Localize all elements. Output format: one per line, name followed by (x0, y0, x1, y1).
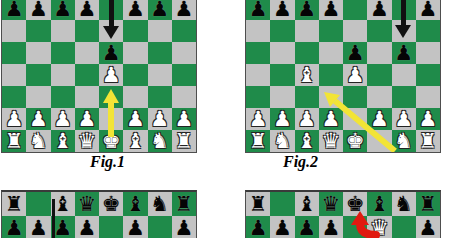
black-pawn-h7: ♟ (174, 0, 193, 20)
square-h7: ♟ (172, 216, 196, 238)
square-b2: ♟ (26, 108, 50, 130)
chess-lesson-image: ♟♟♟♟♟♟♟♟♟♟♟♟♟♟♟♟♜♞♝♛♚♝♞♜ Fig.1 ♟♟♟♟♟♟♟♟♝… (0, 0, 453, 238)
square-f7: ♟ (123, 216, 147, 238)
square-g1: ♞ (148, 130, 172, 152)
square-f2: ♟ (123, 108, 147, 130)
square-c4 (51, 64, 75, 86)
black-pawn-f7: ♟ (126, 218, 145, 239)
square-a4 (2, 64, 26, 86)
square-d7: ♟ (75, 0, 99, 20)
square-a8: ♜ (2, 192, 26, 216)
black-pawn-d7: ♟ (77, 218, 96, 239)
square-d1: ♛ (75, 130, 99, 152)
white-knight-g1: ♞ (150, 131, 169, 152)
black-king-e8: ♚ (102, 194, 121, 215)
white-pawn-f2: ♟ (126, 109, 145, 130)
square-g7 (148, 216, 172, 238)
square-a6 (2, 20, 26, 42)
board-grid-fig1: ♟♟♟♟♟♟♟♟♟♟♟♟♟♟♟♟♜♞♝♛♚♝♞♜ (2, 0, 196, 152)
black-pawn-f7: ♟ (126, 0, 145, 20)
square-e8: ♚ (99, 192, 123, 216)
black-bishop-f8: ♝ (126, 194, 145, 215)
square-f6 (123, 20, 147, 42)
square-d7: ♟ (75, 216, 99, 238)
square-h5 (172, 42, 196, 64)
red-arrow-f7-e8 (246, 192, 440, 238)
square-g7: ♟ (148, 0, 172, 20)
square-f1: ♝ (123, 130, 147, 152)
black-queen-d8: ♛ (77, 194, 96, 215)
square-d3 (75, 86, 99, 108)
square-e4: ♟ (99, 64, 123, 86)
square-a1: ♜ (2, 130, 26, 152)
square-b7: ♟ (26, 0, 50, 20)
white-bishop-f1: ♝ (126, 131, 145, 152)
board-fig2: ♟♟♟♟♟♟♟♟♝♟♟♟♟♟♟♟♟♜♞♝♛♚♞♜ (245, 0, 441, 153)
black-pawn-e5: ♟ (102, 43, 121, 64)
square-a5 (2, 42, 26, 64)
square-b4 (26, 64, 50, 86)
square-a7: ♟ (2, 216, 26, 238)
square-a7: ♟ (2, 0, 26, 20)
square-h6 (172, 20, 196, 42)
yellow-arrow-f1-c4 (246, 0, 440, 152)
white-pawn-c2: ♟ (53, 109, 72, 130)
square-g2: ♟ (148, 108, 172, 130)
square-c5 (51, 42, 75, 64)
square-d2: ♟ (75, 108, 99, 130)
black-line-b8 (52, 199, 55, 238)
white-pawn-e4: ♟ (102, 65, 121, 86)
square-f4 (123, 64, 147, 86)
square-d8: ♛ (75, 192, 99, 216)
square-d5 (75, 42, 99, 64)
square-h3 (172, 86, 196, 108)
white-pawn-g2: ♟ (150, 109, 169, 130)
square-b1: ♞ (26, 130, 50, 152)
square-b3 (26, 86, 50, 108)
black-pawn-c7: ♟ (53, 0, 72, 20)
board-fig1: ♟♟♟♟♟♟♟♟♟♟♟♟♟♟♟♟♜♞♝♛♚♝♞♜ (1, 0, 197, 153)
white-pawn-h2: ♟ (174, 109, 193, 130)
square-c1: ♝ (51, 130, 75, 152)
square-g4 (148, 64, 172, 86)
square-f8: ♝ (123, 192, 147, 216)
square-a3 (2, 86, 26, 108)
square-h2: ♟ (172, 108, 196, 130)
square-c3 (51, 86, 75, 108)
black-pawn-a7: ♟ (5, 0, 24, 20)
black-bishop-c8: ♝ (53, 194, 72, 215)
square-b6 (26, 20, 50, 42)
square-g5 (148, 42, 172, 64)
black-pawn-b7: ♟ (29, 0, 48, 20)
square-f3 (123, 86, 147, 108)
square-b7: ♟ (26, 216, 50, 238)
square-c6 (51, 20, 75, 42)
square-h8: ♜ (172, 192, 196, 216)
black-pawn-a7: ♟ (5, 218, 24, 239)
black-knight-g8: ♞ (150, 194, 169, 215)
white-knight-b1: ♞ (29, 131, 48, 152)
square-a2: ♟ (2, 108, 26, 130)
square-e5: ♟ (99, 42, 123, 64)
square-b8 (26, 192, 50, 216)
white-bishop-c1: ♝ (53, 131, 72, 152)
black-pawn-g7: ♟ (150, 0, 169, 20)
black-rook-h8: ♜ (174, 194, 193, 215)
white-pawn-a2: ♟ (5, 109, 24, 130)
white-pawn-b2: ♟ (29, 109, 48, 130)
fig1-caption: Fig.1 (90, 153, 125, 171)
square-g8: ♞ (148, 192, 172, 216)
square-b5 (26, 42, 50, 64)
square-e7 (99, 216, 123, 238)
square-h7: ♟ (172, 0, 196, 20)
fig2-caption: Fig.2 (283, 153, 318, 171)
square-g3 (148, 86, 172, 108)
black-pawn-c7: ♟ (53, 218, 72, 239)
square-h1: ♜ (172, 130, 196, 152)
square-c2: ♟ (51, 108, 75, 130)
white-queen-d1: ♛ (77, 131, 96, 152)
board-fig4: ♜♝♛♚♝♞♜♟♟♟♟♛♟ (245, 190, 441, 238)
square-d4 (75, 64, 99, 86)
square-c7: ♟ (51, 0, 75, 20)
black-rook-a8: ♜ (5, 194, 24, 215)
square-g6 (148, 20, 172, 42)
square-f7: ♟ (123, 0, 147, 20)
square-d6 (75, 20, 99, 42)
black-pawn-b7: ♟ (29, 218, 48, 239)
white-pawn-d2: ♟ (77, 109, 96, 130)
board-fig3: ♜♝♛♚♝♞♜♟♟♟♟♟♟ (1, 190, 197, 238)
black-pawn-h7: ♟ (174, 218, 193, 239)
board-grid-fig3: ♜♝♛♚♝♞♜♟♟♟♟♟♟ (2, 192, 196, 238)
black-pawn-d7: ♟ (77, 0, 96, 20)
square-h4 (172, 64, 196, 86)
white-rook-a1: ♜ (5, 131, 24, 152)
white-rook-h1: ♜ (174, 131, 193, 152)
square-f5 (123, 42, 147, 64)
